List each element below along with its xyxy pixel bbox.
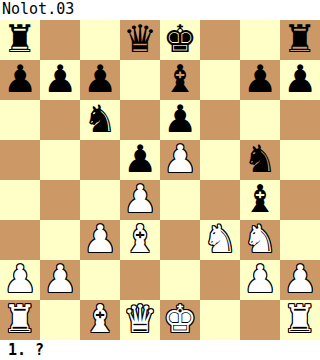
square-d4[interactable]: ♟: [120, 180, 160, 220]
square-e5[interactable]: ♟: [160, 140, 200, 180]
square-e4[interactable]: [160, 180, 200, 220]
black-pawn[interactable]: ♟: [43, 59, 77, 99]
square-a2[interactable]: ♟: [0, 260, 40, 300]
square-b7[interactable]: ♟: [40, 60, 80, 100]
square-b2[interactable]: ♟: [40, 260, 80, 300]
square-h1[interactable]: ♜: [280, 300, 320, 340]
white-pawn[interactable]: ♟: [123, 179, 157, 219]
move-prompt: 1. ?: [0, 340, 320, 360]
white-pawn[interactable]: ♟: [83, 219, 117, 259]
black-rook[interactable]: ♜: [283, 19, 317, 59]
square-g6[interactable]: [240, 100, 280, 140]
chess-board: ♜♛♚♜♟♟♟♝♟♟♞♟♟♟♞♟♝♟♝♞♞♟♟♟♟♜♝♛♚♜: [0, 20, 320, 340]
white-queen[interactable]: ♛: [123, 299, 157, 339]
black-pawn[interactable]: ♟: [283, 59, 317, 99]
white-pawn[interactable]: ♟: [43, 259, 77, 299]
square-f4[interactable]: [200, 180, 240, 220]
black-bishop[interactable]: ♝: [243, 179, 277, 219]
square-b3[interactable]: [40, 220, 80, 260]
square-g1[interactable]: [240, 300, 280, 340]
square-c8[interactable]: [80, 20, 120, 60]
square-h2[interactable]: ♟: [280, 260, 320, 300]
square-d1[interactable]: ♛: [120, 300, 160, 340]
square-f5[interactable]: [200, 140, 240, 180]
square-f8[interactable]: [200, 20, 240, 60]
square-a5[interactable]: [0, 140, 40, 180]
square-h7[interactable]: ♟: [280, 60, 320, 100]
square-g3[interactable]: ♞: [240, 220, 280, 260]
square-b4[interactable]: [40, 180, 80, 220]
black-knight[interactable]: ♞: [243, 139, 277, 179]
square-d2[interactable]: [120, 260, 160, 300]
square-g5[interactable]: ♞: [240, 140, 280, 180]
square-h6[interactable]: [280, 100, 320, 140]
square-e3[interactable]: [160, 220, 200, 260]
square-h4[interactable]: [280, 180, 320, 220]
square-b6[interactable]: [40, 100, 80, 140]
square-b8[interactable]: [40, 20, 80, 60]
square-c6[interactable]: ♞: [80, 100, 120, 140]
white-bishop[interactable]: ♝: [83, 299, 117, 339]
square-f1[interactable]: [200, 300, 240, 340]
black-pawn[interactable]: ♟: [83, 59, 117, 99]
square-g4[interactable]: ♝: [240, 180, 280, 220]
square-a6[interactable]: [0, 100, 40, 140]
square-f2[interactable]: [200, 260, 240, 300]
square-h8[interactable]: ♜: [280, 20, 320, 60]
black-pawn[interactable]: ♟: [123, 139, 157, 179]
square-f3[interactable]: ♞: [200, 220, 240, 260]
square-a8[interactable]: ♜: [0, 20, 40, 60]
white-king[interactable]: ♚: [163, 299, 197, 339]
square-e2[interactable]: [160, 260, 200, 300]
white-knight[interactable]: ♞: [203, 219, 237, 259]
square-g2[interactable]: ♟: [240, 260, 280, 300]
black-rook[interactable]: ♜: [3, 19, 37, 59]
square-a3[interactable]: [0, 220, 40, 260]
square-a1[interactable]: ♜: [0, 300, 40, 340]
white-rook[interactable]: ♜: [283, 299, 317, 339]
black-bishop[interactable]: ♝: [163, 59, 197, 99]
square-d3[interactable]: ♝: [120, 220, 160, 260]
square-c3[interactable]: ♟: [80, 220, 120, 260]
square-c7[interactable]: ♟: [80, 60, 120, 100]
white-knight[interactable]: ♞: [243, 219, 277, 259]
square-d7[interactable]: [120, 60, 160, 100]
black-pawn[interactable]: ♟: [163, 99, 197, 139]
square-c4[interactable]: [80, 180, 120, 220]
square-g7[interactable]: ♟: [240, 60, 280, 100]
black-knight[interactable]: ♞: [83, 99, 117, 139]
square-d5[interactable]: ♟: [120, 140, 160, 180]
square-a7[interactable]: ♟: [0, 60, 40, 100]
square-a4[interactable]: [0, 180, 40, 220]
puzzle-title: Nolot.03: [0, 0, 320, 20]
square-c2[interactable]: [80, 260, 120, 300]
square-d6[interactable]: [120, 100, 160, 140]
black-pawn[interactable]: ♟: [3, 59, 37, 99]
white-rook[interactable]: ♜: [3, 299, 37, 339]
black-king[interactable]: ♚: [163, 19, 197, 59]
square-e6[interactable]: ♟: [160, 100, 200, 140]
white-bishop[interactable]: ♝: [123, 219, 157, 259]
square-b1[interactable]: [40, 300, 80, 340]
square-e7[interactable]: ♝: [160, 60, 200, 100]
square-h3[interactable]: [280, 220, 320, 260]
white-pawn[interactable]: ♟: [243, 259, 277, 299]
white-pawn[interactable]: ♟: [163, 139, 197, 179]
square-d8[interactable]: ♛: [120, 20, 160, 60]
square-f7[interactable]: [200, 60, 240, 100]
black-pawn[interactable]: ♟: [243, 59, 277, 99]
black-queen[interactable]: ♛: [123, 19, 157, 59]
square-g8[interactable]: [240, 20, 280, 60]
square-e8[interactable]: ♚: [160, 20, 200, 60]
square-e1[interactable]: ♚: [160, 300, 200, 340]
white-pawn[interactable]: ♟: [3, 259, 37, 299]
square-b5[interactable]: [40, 140, 80, 180]
square-f6[interactable]: [200, 100, 240, 140]
white-pawn[interactable]: ♟: [283, 259, 317, 299]
square-c5[interactable]: [80, 140, 120, 180]
square-h5[interactable]: [280, 140, 320, 180]
square-c1[interactable]: ♝: [80, 300, 120, 340]
